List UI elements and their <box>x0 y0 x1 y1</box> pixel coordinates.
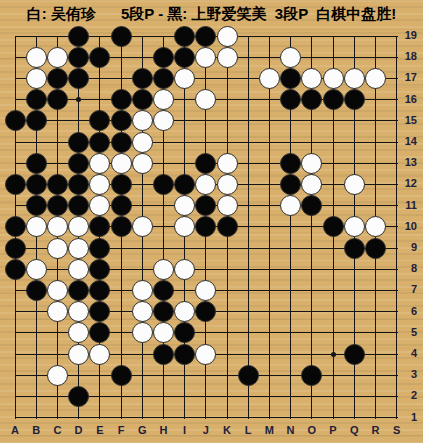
white-stone <box>153 322 174 343</box>
white-stone <box>323 68 344 89</box>
white-stone <box>174 68 195 89</box>
white-stone <box>153 259 174 280</box>
black-stone <box>68 280 89 301</box>
white-stone <box>280 195 301 216</box>
white-stone <box>47 47 68 68</box>
column-label: G <box>132 424 152 436</box>
white-stone <box>132 280 153 301</box>
black-stone <box>5 216 26 237</box>
black-stone <box>111 174 132 195</box>
row-label: 9 <box>397 241 417 253</box>
black-stone <box>89 322 110 343</box>
white-stone <box>217 47 238 68</box>
board-vertical-line <box>269 36 270 419</box>
white-stone <box>47 216 68 237</box>
column-label: J <box>196 424 216 436</box>
black-stone <box>89 110 110 131</box>
black-stone <box>68 174 89 195</box>
black-stone <box>195 195 216 216</box>
white-stone <box>301 153 322 174</box>
white-stone <box>217 195 238 216</box>
black-stone <box>323 216 344 237</box>
white-stone <box>89 174 110 195</box>
column-label: L <box>238 424 258 436</box>
black-stone <box>280 174 301 195</box>
black-stone <box>301 195 322 216</box>
star-point <box>331 352 336 357</box>
white-stone <box>26 47 47 68</box>
white-stone <box>174 216 195 237</box>
board-horizontal-line <box>15 375 398 376</box>
black-stone <box>111 365 132 386</box>
black-stone <box>344 238 365 259</box>
black-stone <box>153 47 174 68</box>
white-stone <box>26 259 47 280</box>
black-stone <box>344 344 365 365</box>
black-stone <box>365 238 386 259</box>
row-label: 19 <box>397 29 417 41</box>
white-stone <box>174 195 195 216</box>
black-stone <box>344 89 365 110</box>
black-stone <box>174 26 195 47</box>
black-stone <box>26 110 47 131</box>
white-stone <box>365 216 386 237</box>
black-stone <box>217 216 238 237</box>
black-stone <box>280 89 301 110</box>
black-stone <box>111 216 132 237</box>
black-stone <box>174 344 195 365</box>
white-stone <box>68 344 89 365</box>
white-stone <box>153 110 174 131</box>
white-stone <box>89 344 110 365</box>
column-label: E <box>90 424 110 436</box>
black-stone <box>26 280 47 301</box>
black-stone <box>195 301 216 322</box>
white-stone <box>132 301 153 322</box>
row-label: 17 <box>397 71 417 83</box>
column-label: Q <box>344 424 364 436</box>
white-stone <box>89 153 110 174</box>
white-stone <box>47 238 68 259</box>
black-stone <box>280 68 301 89</box>
black-stone <box>68 386 89 407</box>
white-stone <box>174 259 195 280</box>
white-stone <box>195 89 216 110</box>
black-stone <box>47 68 68 89</box>
white-stone <box>344 174 365 195</box>
black-stone <box>153 344 174 365</box>
white-stone <box>132 110 153 131</box>
black-stone <box>5 259 26 280</box>
row-label: 6 <box>397 305 417 317</box>
black-stone <box>89 259 110 280</box>
black-stone <box>111 195 132 216</box>
white-stone <box>365 68 386 89</box>
white-stone <box>132 132 153 153</box>
go-game-viewer: 白: 吴侑珍 5段P - 黑: 上野爱笑美 3段P 白棋中盘胜! ABCDEFG… <box>0 0 423 443</box>
black-stone <box>132 89 153 110</box>
black-stone <box>26 89 47 110</box>
row-label: 1 <box>397 411 417 423</box>
white-stone <box>132 216 153 237</box>
black-stone <box>89 132 110 153</box>
black-stone <box>47 195 68 216</box>
white-stone <box>195 280 216 301</box>
white-stone <box>195 344 216 365</box>
black-stone <box>5 110 26 131</box>
black-stone <box>47 174 68 195</box>
white-stone <box>111 153 132 174</box>
column-label: I <box>175 424 195 436</box>
black-stone <box>47 89 68 110</box>
white-stone <box>195 174 216 195</box>
column-label: O <box>302 424 322 436</box>
white-stone <box>301 174 322 195</box>
white-stone <box>153 89 174 110</box>
black-stone <box>89 301 110 322</box>
black-stone <box>26 174 47 195</box>
black-stone <box>153 280 174 301</box>
row-label: 4 <box>397 347 417 359</box>
black-stone <box>132 68 153 89</box>
white-stone <box>68 238 89 259</box>
white-stone <box>344 216 365 237</box>
black-stone <box>174 322 195 343</box>
black-stone <box>111 26 132 47</box>
white-stone <box>217 174 238 195</box>
column-label: P <box>323 424 343 436</box>
row-label: 12 <box>397 177 417 189</box>
row-label: 3 <box>397 368 417 380</box>
black-stone <box>153 174 174 195</box>
black-stone <box>89 280 110 301</box>
white-stone <box>280 47 301 68</box>
black-stone <box>68 153 89 174</box>
white-stone <box>47 280 68 301</box>
white-stone <box>132 322 153 343</box>
board-horizontal-line <box>15 417 398 418</box>
black-stone <box>26 153 47 174</box>
row-label: 11 <box>397 199 417 211</box>
row-label: 13 <box>397 156 417 168</box>
black-stone <box>174 174 195 195</box>
column-label: C <box>47 424 67 436</box>
white-stone <box>26 68 47 89</box>
black-stone <box>5 238 26 259</box>
column-label: F <box>111 424 131 436</box>
black-stone <box>68 68 89 89</box>
row-label: 14 <box>397 135 417 147</box>
black-stone <box>111 132 132 153</box>
black-stone <box>238 365 259 386</box>
black-stone <box>301 89 322 110</box>
black-stone <box>280 153 301 174</box>
row-label: 15 <box>397 114 417 126</box>
game-info-bar: 白: 吴侑珍 5段P - 黑: 上野爱笑美 3段P 白棋中盘胜! <box>0 0 423 27</box>
star-point <box>76 97 81 102</box>
black-stone <box>195 216 216 237</box>
black-stone <box>68 195 89 216</box>
column-label: A <box>5 424 25 436</box>
white-stone <box>217 26 238 47</box>
white-stone <box>259 68 280 89</box>
black-stone <box>111 110 132 131</box>
black-stone <box>174 47 195 68</box>
row-label: 16 <box>397 93 417 105</box>
black-stone <box>68 47 89 68</box>
column-label: S <box>387 424 407 436</box>
black-stone <box>195 153 216 174</box>
row-label: 10 <box>397 220 417 232</box>
column-label: M <box>259 424 279 436</box>
black-stone <box>89 216 110 237</box>
board-horizontal-line <box>15 120 398 121</box>
white-stone <box>47 365 68 386</box>
board-vertical-line <box>248 36 249 419</box>
column-label: H <box>153 424 173 436</box>
white-stone <box>47 301 68 322</box>
white-stone <box>301 68 322 89</box>
black-stone <box>68 26 89 47</box>
column-label: R <box>365 424 385 436</box>
white-stone <box>217 153 238 174</box>
black-stone <box>26 195 47 216</box>
black-stone <box>153 301 174 322</box>
black-stone <box>195 26 216 47</box>
white-stone <box>89 195 110 216</box>
column-label: K <box>217 424 237 436</box>
white-stone <box>68 216 89 237</box>
black-stone <box>68 132 89 153</box>
row-label: 8 <box>397 262 417 274</box>
white-stone <box>68 322 89 343</box>
row-label: 2 <box>397 389 417 401</box>
black-stone <box>89 47 110 68</box>
white-stone <box>68 301 89 322</box>
black-stone <box>89 238 110 259</box>
column-label: N <box>281 424 301 436</box>
black-stone <box>5 174 26 195</box>
column-label: B <box>26 424 46 436</box>
row-label: 7 <box>397 283 417 295</box>
black-stone <box>111 89 132 110</box>
white-stone <box>195 47 216 68</box>
black-stone <box>323 89 344 110</box>
black-stone <box>301 365 322 386</box>
white-stone <box>174 301 195 322</box>
white-stone <box>26 216 47 237</box>
row-label: 18 <box>397 50 417 62</box>
white-stone <box>344 68 365 89</box>
white-stone <box>132 153 153 174</box>
row-label: 5 <box>397 326 417 338</box>
column-label: D <box>69 424 89 436</box>
black-stone <box>153 68 174 89</box>
white-stone <box>68 259 89 280</box>
